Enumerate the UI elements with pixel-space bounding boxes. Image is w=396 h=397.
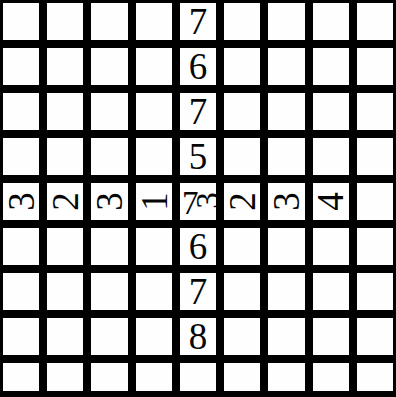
empty-cell-r7c8[interactable] [313,273,349,310]
clue-cell-r2c5: 6 [180,48,216,85]
empty-cell-r7c1[interactable] [3,273,39,310]
clue-cell-r5c1: 3 [3,183,39,220]
empty-cell-r4c3[interactable] [91,138,127,175]
empty-cell-r3c9[interactable] [357,93,393,130]
clue-number-upright: 7 [189,273,208,310]
clue-number-rotated: 2 [224,192,261,211]
empty-cell-r7c9[interactable] [357,273,393,310]
empty-cell-r6c4[interactable] [136,228,172,265]
clue-cell-r5c8: 4 [313,183,349,220]
empty-cell-r4c7[interactable] [268,138,304,175]
empty-cell-r3c6[interactable] [224,93,260,130]
empty-cell-r3c3[interactable] [91,93,127,130]
empty-cell-r1c1[interactable] [3,3,39,40]
clue-number-upright: 7 [189,93,208,130]
empty-cell-r2c6[interactable] [224,48,260,85]
empty-cell-r6c8[interactable] [313,228,349,265]
clue-cell-r1c5: 7 [180,3,216,40]
clue-cell-r8c5: 8 [180,318,216,355]
empty-cell-r8c3[interactable] [91,318,127,355]
empty-cell-r9c9[interactable] [357,363,393,391]
clue-number-rotated: 3 [3,192,40,211]
clue-number-upright: 7 [189,3,208,40]
clue-number-rotated: 1 [135,192,172,211]
empty-cell-r9c6[interactable] [224,363,260,391]
empty-cell-r1c3[interactable] [91,3,127,40]
empty-cell-r9c7[interactable] [268,363,304,391]
empty-cell-r9c3[interactable] [91,363,127,391]
empty-cell-r1c2[interactable] [47,3,83,40]
empty-cell-r8c7[interactable] [268,318,304,355]
empty-cell-r4c1[interactable] [3,138,39,175]
empty-cell-r2c3[interactable] [91,48,127,85]
empty-cell-r1c8[interactable] [313,3,349,40]
clue-cell-r5c5: 73 [180,183,216,220]
empty-cell-r7c4[interactable] [136,273,172,310]
empty-cell-r6c3[interactable] [91,228,127,265]
empty-cell-r4c4[interactable] [136,138,172,175]
empty-cell-r9c4[interactable] [136,363,172,391]
empty-cell-r1c6[interactable] [224,3,260,40]
empty-cell-r2c4[interactable] [136,48,172,85]
clue-cell-r3c5: 7 [180,93,216,130]
empty-cell-r3c7[interactable] [268,93,304,130]
clue-number-rotated: 4 [312,192,349,211]
empty-cell-r5c9[interactable] [357,183,393,220]
empty-cell-r9c5[interactable] [180,363,216,391]
clue-number-rotated: 2 [47,192,84,211]
empty-cell-r8c2[interactable] [47,318,83,355]
empty-cell-r3c1[interactable] [3,93,39,130]
empty-cell-r2c7[interactable] [268,48,304,85]
clue-cell-r5c4: 1 [136,183,172,220]
empty-cell-r7c2[interactable] [47,273,83,310]
empty-cell-r9c8[interactable] [313,363,349,391]
clue-number-rotated: 3 [268,192,305,211]
empty-cell-r1c9[interactable] [357,3,393,40]
clue-number-upright: 8 [189,318,208,355]
empty-cell-r2c2[interactable] [47,48,83,85]
empty-cell-r1c4[interactable] [136,3,172,40]
empty-cell-r4c2[interactable] [47,138,83,175]
empty-cell-r3c4[interactable] [136,93,172,130]
empty-cell-r6c6[interactable] [224,228,260,265]
clue-cell-r5c2: 2 [47,183,83,220]
clue-cell-r6c5: 6 [180,228,216,265]
empty-cell-r7c3[interactable] [91,273,127,310]
empty-cell-r8c6[interactable] [224,318,260,355]
empty-cell-r1c7[interactable] [268,3,304,40]
clue-cell-r4c5: 5 [180,138,216,175]
empty-cell-r4c9[interactable] [357,138,393,175]
empty-cell-r3c8[interactable] [313,93,349,130]
empty-cell-r8c1[interactable] [3,318,39,355]
clue-number-rotated: 3 [191,192,224,209]
clue-number-upright: 6 [189,228,208,265]
clue-number-rotated: 3 [91,192,128,211]
empty-cell-r2c8[interactable] [313,48,349,85]
clue-number-upright: 5 [189,138,208,175]
empty-cell-r6c2[interactable] [47,228,83,265]
clue-cell-r5c7: 3 [268,183,304,220]
empty-cell-r6c9[interactable] [357,228,393,265]
puzzle-board: 7675323173234678 [0,0,396,397]
clue-number-upright: 6 [189,48,208,85]
empty-cell-r2c9[interactable] [357,48,393,85]
empty-cell-r7c7[interactable] [268,273,304,310]
empty-cell-r8c8[interactable] [313,318,349,355]
empty-cell-r4c8[interactable] [313,138,349,175]
clue-cell-r5c6: 2 [224,183,260,220]
empty-cell-r8c9[interactable] [357,318,393,355]
clue-cell-r7c5: 7 [180,273,216,310]
empty-cell-r7c6[interactable] [224,273,260,310]
empty-cell-r2c1[interactable] [3,48,39,85]
empty-cell-r6c7[interactable] [268,228,304,265]
empty-cell-r8c4[interactable] [136,318,172,355]
empty-cell-r6c1[interactable] [3,228,39,265]
empty-cell-r9c1[interactable] [3,363,39,391]
empty-cell-r9c2[interactable] [47,363,83,391]
clue-cell-r5c3: 3 [91,183,127,220]
empty-cell-r4c6[interactable] [224,138,260,175]
empty-cell-r3c2[interactable] [47,93,83,130]
